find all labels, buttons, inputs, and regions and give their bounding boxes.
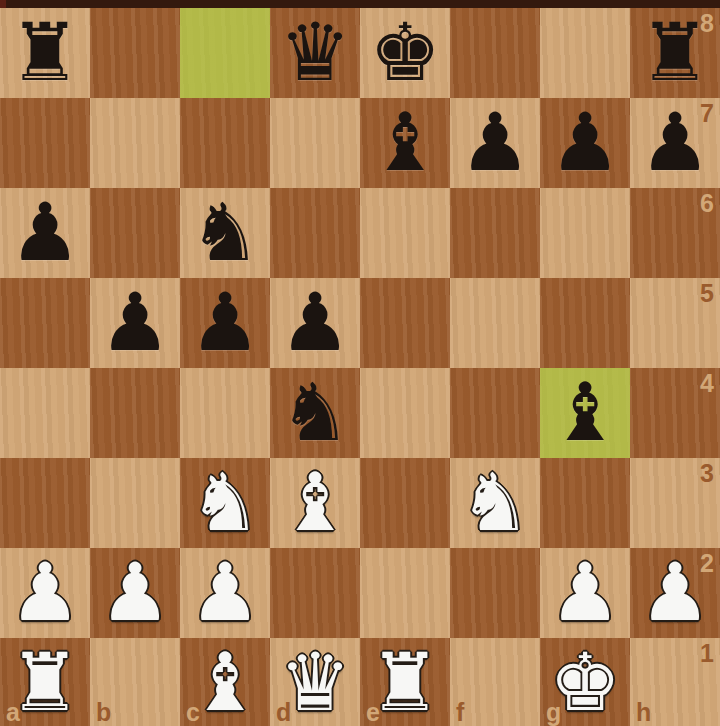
square-g6[interactable]: [540, 188, 630, 278]
square-b2[interactable]: ♟: [90, 548, 180, 638]
square-a6[interactable]: ♟: [0, 188, 90, 278]
square-c1[interactable]: ♝c: [180, 638, 270, 726]
square-a5[interactable]: [0, 278, 90, 368]
black-pawn[interactable]: ♟: [639, 98, 711, 188]
square-e6[interactable]: [360, 188, 450, 278]
square-b1[interactable]: b: [90, 638, 180, 726]
square-g8[interactable]: [540, 8, 630, 98]
square-d6[interactable]: [270, 188, 360, 278]
rank-label-5: 5: [700, 281, 714, 306]
white-bishop[interactable]: ♝: [189, 638, 261, 726]
square-f7[interactable]: ♟: [450, 98, 540, 188]
white-pawn[interactable]: ♟: [99, 548, 171, 638]
square-d5[interactable]: ♟: [270, 278, 360, 368]
white-pawn[interactable]: ♟: [189, 548, 261, 638]
file-label-b: b: [96, 700, 111, 725]
file-label-f: f: [456, 700, 464, 725]
square-b5[interactable]: ♟: [90, 278, 180, 368]
square-c3[interactable]: ♞: [180, 458, 270, 548]
black-pawn[interactable]: ♟: [99, 278, 171, 368]
black-knight[interactable]: ♞: [279, 368, 351, 458]
black-pawn[interactable]: ♟: [549, 98, 621, 188]
square-a8[interactable]: ♜: [0, 8, 90, 98]
chess-board: ♜♛♚♜8♝♟♟♟7♟♞6♟♟♟5♞♝4♞♝♞3♟♟♟♟♟2♜ab♝c♛d♜ef…: [0, 8, 720, 726]
black-pawn[interactable]: ♟: [189, 278, 261, 368]
square-g7[interactable]: ♟: [540, 98, 630, 188]
square-d2[interactable]: [270, 548, 360, 638]
square-h4[interactable]: 4: [630, 368, 720, 458]
square-d3[interactable]: ♝: [270, 458, 360, 548]
black-rook[interactable]: ♜: [639, 8, 711, 98]
black-bishop[interactable]: ♝: [369, 98, 441, 188]
black-pawn[interactable]: ♟: [459, 98, 531, 188]
square-h5[interactable]: 5: [630, 278, 720, 368]
white-rook[interactable]: ♜: [9, 638, 81, 726]
square-f6[interactable]: [450, 188, 540, 278]
square-e1[interactable]: ♜e: [360, 638, 450, 726]
file-label-h: h: [636, 700, 651, 725]
white-pawn[interactable]: ♟: [9, 548, 81, 638]
white-rook[interactable]: ♜: [369, 638, 441, 726]
square-g2[interactable]: ♟: [540, 548, 630, 638]
black-queen[interactable]: ♛: [279, 8, 351, 98]
square-a3[interactable]: [0, 458, 90, 548]
square-b7[interactable]: [90, 98, 180, 188]
square-g4[interactable]: ♝: [540, 368, 630, 458]
square-g3[interactable]: [540, 458, 630, 548]
white-king[interactable]: ♚: [549, 638, 621, 726]
square-d7[interactable]: [270, 98, 360, 188]
square-b8[interactable]: [90, 8, 180, 98]
rank-label-3: 3: [700, 461, 714, 486]
square-c5[interactable]: ♟: [180, 278, 270, 368]
rank-label-6: 6: [700, 191, 714, 216]
white-pawn[interactable]: ♟: [549, 548, 621, 638]
square-a1[interactable]: ♜a: [0, 638, 90, 726]
square-h7[interactable]: ♟7: [630, 98, 720, 188]
black-king[interactable]: ♚: [369, 8, 441, 98]
square-h6[interactable]: 6: [630, 188, 720, 278]
square-c6[interactable]: ♞: [180, 188, 270, 278]
white-pawn[interactable]: ♟: [639, 548, 711, 638]
square-f8[interactable]: [450, 8, 540, 98]
square-h3[interactable]: 3: [630, 458, 720, 548]
square-a2[interactable]: ♟: [0, 548, 90, 638]
square-e7[interactable]: ♝: [360, 98, 450, 188]
black-pawn[interactable]: ♟: [279, 278, 351, 368]
board-frame-top: [0, 0, 720, 8]
square-h1[interactable]: 1h: [630, 638, 720, 726]
square-f2[interactable]: [450, 548, 540, 638]
square-e2[interactable]: [360, 548, 450, 638]
rank-label-1: 1: [700, 641, 714, 666]
square-f3[interactable]: ♞: [450, 458, 540, 548]
square-d8[interactable]: ♛: [270, 8, 360, 98]
chess-app: ♜♛♚♜8♝♟♟♟7♟♞6♟♟♟5♞♝4♞♝♞3♟♟♟♟♟2♜ab♝c♛d♜ef…: [0, 0, 720, 726]
square-g1[interactable]: ♚g: [540, 638, 630, 726]
square-f5[interactable]: [450, 278, 540, 368]
white-queen[interactable]: ♛: [279, 638, 351, 726]
rank-label-4: 4: [700, 371, 714, 396]
square-c4[interactable]: [180, 368, 270, 458]
square-d4[interactable]: ♞: [270, 368, 360, 458]
square-a7[interactable]: [0, 98, 90, 188]
square-b6[interactable]: [90, 188, 180, 278]
white-knight[interactable]: ♞: [459, 458, 531, 548]
square-a4[interactable]: [0, 368, 90, 458]
square-e4[interactable]: [360, 368, 450, 458]
black-knight[interactable]: ♞: [189, 188, 261, 278]
square-b4[interactable]: [90, 368, 180, 458]
square-e3[interactable]: [360, 458, 450, 548]
square-c7[interactable]: [180, 98, 270, 188]
square-b3[interactable]: [90, 458, 180, 548]
square-c8[interactable]: [180, 8, 270, 98]
square-g5[interactable]: [540, 278, 630, 368]
square-e5[interactable]: [360, 278, 450, 368]
black-rook[interactable]: ♜: [9, 8, 81, 98]
black-pawn[interactable]: ♟: [9, 188, 81, 278]
square-d1[interactable]: ♛d: [270, 638, 360, 726]
square-c2[interactable]: ♟: [180, 548, 270, 638]
square-h8[interactable]: ♜8: [630, 8, 720, 98]
square-h2[interactable]: ♟2: [630, 548, 720, 638]
white-bishop[interactable]: ♝: [279, 458, 351, 548]
square-f4[interactable]: [450, 368, 540, 458]
black-bishop[interactable]: ♝: [549, 368, 621, 458]
square-f1[interactable]: f: [450, 638, 540, 726]
white-knight[interactable]: ♞: [189, 458, 261, 548]
square-e8[interactable]: ♚: [360, 8, 450, 98]
